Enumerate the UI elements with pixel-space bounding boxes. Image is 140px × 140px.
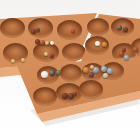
stone-white (50, 41, 54, 45)
front-board-pit[interactable] (79, 80, 103, 99)
stone-white (41, 71, 48, 78)
stone-redbrown (133, 47, 138, 52)
stone-darkred (73, 92, 77, 96)
stone-darkred (50, 54, 54, 58)
back-right-board-pit[interactable] (111, 18, 134, 36)
stone-white (95, 41, 100, 46)
stone-darkred (35, 39, 40, 44)
back-left-board-pit[interactable] (57, 20, 82, 40)
stone-purple (89, 72, 94, 77)
stone-bluespeckle (93, 67, 99, 73)
stone-darkred (31, 29, 36, 34)
stone-blackspeckle (117, 25, 122, 30)
stone-tan (11, 59, 15, 63)
mancala-scene (0, 0, 140, 140)
stone-olive (56, 70, 61, 75)
front-board-pit[interactable] (60, 64, 82, 82)
front-board-pit[interactable] (33, 87, 57, 106)
stone-darkbrown (36, 28, 40, 32)
stone-tan (90, 65, 94, 69)
back-left-board-pit[interactable] (0, 18, 25, 38)
stone-palegreen (103, 73, 108, 78)
back-right-board-pit[interactable] (87, 18, 109, 36)
stone-darkbrown (123, 27, 128, 32)
stone-tan (21, 58, 25, 62)
stone-orange (83, 67, 89, 73)
stone-darkred (122, 48, 126, 52)
stone-bluespeckle (107, 68, 113, 74)
back-left-board-pit[interactable] (28, 18, 53, 38)
stone-bluespeckle (124, 55, 129, 60)
stone-blackspeckle (49, 70, 55, 76)
stone-tan (45, 41, 49, 45)
stone-red (71, 29, 75, 33)
stone-tan (44, 52, 48, 56)
stone-orange (102, 42, 107, 47)
stone-redbrown (40, 40, 45, 45)
